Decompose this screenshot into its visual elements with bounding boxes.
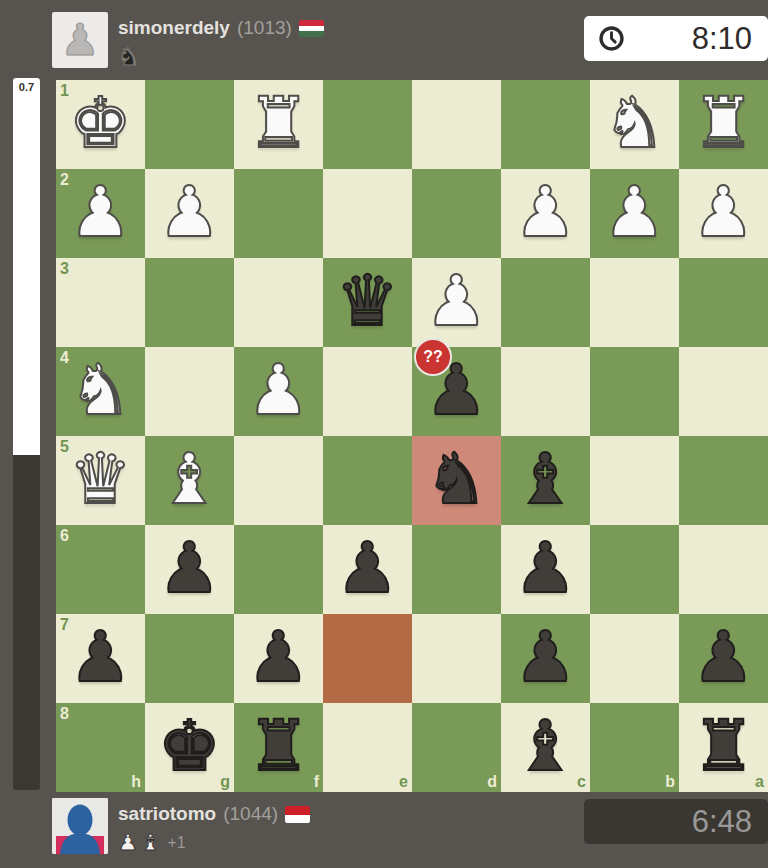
square-b5[interactable] [590,436,679,525]
square-f6[interactable] [234,525,323,614]
rank-label-7: 7 [60,616,69,634]
square-d2[interactable] [412,169,501,258]
square-e8[interactable]: e [323,703,412,792]
black-pawn-e6[interactable]: ♟ [323,525,412,614]
top-clock-time: 8:10 [625,21,768,57]
square-f3[interactable] [234,258,323,347]
chess-board: 1♚♜♞♜2♟♟♟♟♟3♛♟4♞♟♟5♛♝♞♝6♟♟♟7♟♟♟♟8hg♚f♜ed… [56,80,768,792]
bottom-player-info: satriotomo (1044) ♟♝+1 [118,802,310,857]
square-a2[interactable]: ♟ [679,169,768,258]
square-a7[interactable]: ♟ [679,614,768,703]
bottom-player-avatar[interactable] [52,798,108,854]
top-player-name[interactable]: simonerdely [118,17,230,39]
white-pawn-f4[interactable]: ♟ [234,347,323,436]
square-d6[interactable] [412,525,501,614]
square-f2[interactable] [234,169,323,258]
square-b4[interactable] [590,347,679,436]
bottom-clock-time: 6:48 [584,804,768,840]
black-knight-captured-icon: ♞ [118,44,140,70]
bottom-player-name[interactable]: satriotomo [118,803,216,825]
bottom-player-clock: 6:48 [584,799,768,844]
square-a6[interactable] [679,525,768,614]
square-f5[interactable] [234,436,323,525]
square-e6[interactable]: ♟ [323,525,412,614]
square-e4[interactable] [323,347,412,436]
white-pawn-h2[interactable]: ♟ [56,169,145,258]
file-label-d: d [487,773,497,791]
white-bishop-g5[interactable]: ♝ [145,436,234,525]
white-knight-h4[interactable]: ♞ [56,347,145,436]
square-a8[interactable]: a♜ [679,703,768,792]
square-b3[interactable] [590,258,679,347]
square-d1[interactable] [412,80,501,169]
square-g8[interactable]: g♚ [145,703,234,792]
square-c1[interactable] [501,80,590,169]
square-d5[interactable]: ♞ [412,436,501,525]
square-f7[interactable]: ♟ [234,614,323,703]
person-avatar-icon [52,798,108,854]
top-player-clock: 8:10 [584,16,768,61]
white-king-h1[interactable]: ♚ [56,80,145,169]
black-queen-e3[interactable]: ♛ [323,258,412,347]
square-h7[interactable]: 7♟ [56,614,145,703]
rank-label-6: 6 [60,527,69,545]
white-pawn-c2[interactable]: ♟ [501,169,590,258]
square-d8[interactable]: d [412,703,501,792]
square-h8[interactable]: 8h [56,703,145,792]
file-label-e: e [399,773,408,791]
top-captured-pieces: ♞ [118,43,324,71]
black-pawn-c7[interactable]: ♟ [501,614,590,703]
square-e1[interactable] [323,80,412,169]
square-h6[interactable]: 6 [56,525,145,614]
white-queen-h5[interactable]: ♛ [56,436,145,525]
square-b1[interactable]: ♞ [590,80,679,169]
square-e3[interactable]: ♛ [323,258,412,347]
black-pawn-f7[interactable]: ♟ [234,614,323,703]
rank-label-2: 2 [60,171,69,189]
square-b2[interactable]: ♟ [590,169,679,258]
square-c3[interactable] [501,258,590,347]
bottom-captured-pieces: ♟♝+1 [118,829,310,857]
white-pawn-g2[interactable]: ♟ [145,169,234,258]
white-pawn-d3[interactable]: ♟ [412,258,501,347]
square-a3[interactable] [679,258,768,347]
black-knight-d5[interactable]: ♞ [412,436,501,525]
square-b7[interactable] [590,614,679,703]
file-label-a: a [755,773,764,791]
hungary-flag-icon [299,20,324,37]
square-f4[interactable]: ♟ [234,347,323,436]
square-c6[interactable]: ♟ [501,525,590,614]
file-label-b: b [665,773,675,791]
white-pawn-captured-icon: ♟ [118,830,138,856]
white-pawn-b2[interactable]: ♟ [590,169,679,258]
black-pawn-h7[interactable]: ♟ [56,614,145,703]
square-e5[interactable] [323,436,412,525]
square-g7[interactable] [145,614,234,703]
square-g6[interactable]: ♟ [145,525,234,614]
square-c7[interactable]: ♟ [501,614,590,703]
top-player-avatar[interactable]: ♟ [52,12,108,68]
square-d7[interactable] [412,614,501,703]
square-c5[interactable]: ♝ [501,436,590,525]
eval-white-portion [13,78,40,455]
top-player-info: simonerdely (1013) ♞ [118,16,324,71]
rank-label-8: 8 [60,705,69,723]
top-player-bar: ♟ simonerdely (1013) ♞ 8:10 [0,0,768,78]
white-rook-f1[interactable]: ♜ [234,80,323,169]
rank-label-3: 3 [60,260,69,278]
rank-label-4: 4 [60,349,69,367]
square-h2[interactable]: 2♟ [56,169,145,258]
file-label-f: f [314,773,319,791]
square-g5[interactable]: ♝ [145,436,234,525]
square-c8[interactable]: c♝ [501,703,590,792]
file-label-c: c [577,773,586,791]
rank-label-5: 5 [60,438,69,456]
square-g4[interactable] [145,347,234,436]
square-h4[interactable]: 4♞ [56,347,145,436]
black-pawn-g6[interactable]: ♟ [145,525,234,614]
eval-score: 0.7 [13,81,40,93]
black-rook-f8[interactable]: ♜ [234,703,323,792]
black-pawn-c6[interactable]: ♟ [501,525,590,614]
square-c2[interactable]: ♟ [501,169,590,258]
top-player-rating: (1013) [237,17,292,39]
rank-label-1: 1 [60,82,69,100]
white-bishop-captured-icon: ♝ [141,830,161,856]
square-c4[interactable] [501,347,590,436]
black-bishop-c5[interactable]: ♝ [501,436,590,525]
square-h5[interactable]: 5♛ [56,436,145,525]
indonesia-flag-icon [285,806,310,823]
square-h3[interactable]: 3 [56,258,145,347]
material-advantage: +1 [167,834,185,852]
square-g3[interactable] [145,258,234,347]
file-label-h: h [131,773,141,791]
square-g1[interactable] [145,80,234,169]
chess-game-page: ♟ simonerdely (1013) ♞ 8:10 [0,0,768,868]
black-pawn-a7[interactable]: ♟ [679,614,768,703]
white-rook-a1[interactable]: ♜ [679,80,768,169]
square-f1[interactable]: ♜ [234,80,323,169]
white-knight-b1[interactable]: ♞ [590,80,679,169]
square-a1[interactable]: ♜ [679,80,768,169]
white-pawn-a2[interactable]: ♟ [679,169,768,258]
bottom-player-bar: satriotomo (1044) ♟♝+1 6:48 [0,790,768,868]
square-b8[interactable]: b [590,703,679,792]
file-label-g: g [220,773,230,791]
square-b6[interactable] [590,525,679,614]
bottom-player-rating: (1044) [223,803,278,825]
blunder-badge: ?? [414,338,452,376]
square-e2[interactable] [323,169,412,258]
square-g2[interactable]: ♟ [145,169,234,258]
square-h1[interactable]: 1♚ [56,80,145,169]
evaluation-bar: 0.7 [13,78,40,790]
clock-icon [598,25,625,52]
square-a4[interactable] [679,347,768,436]
square-e7[interactable] [323,614,412,703]
square-a5[interactable] [679,436,768,525]
square-d3[interactable]: ♟ [412,258,501,347]
square-f8[interactable]: f♜ [234,703,323,792]
pawn-avatar-icon: ♟ [60,12,99,68]
